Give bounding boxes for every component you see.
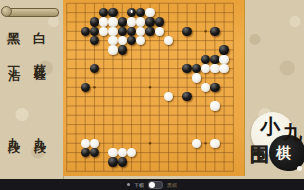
white-stone	[108, 27, 117, 36]
black-stone	[118, 45, 127, 54]
player-info-panel: 白 范廷钰 九段 黑 丁浩 九段	[0, 0, 64, 179]
black-stone	[118, 17, 127, 26]
white-stone	[155, 27, 164, 36]
black-stone	[90, 27, 99, 36]
logo-seal-dot	[297, 166, 302, 171]
white-stone	[127, 17, 136, 26]
black-stone	[155, 17, 164, 26]
white-stone	[145, 8, 154, 17]
black-stone	[210, 83, 219, 92]
white-stone	[90, 139, 99, 148]
black-stone	[127, 27, 136, 36]
black-stone	[90, 17, 99, 26]
black-stone	[210, 27, 219, 36]
status-dot-icon	[127, 183, 130, 186]
black-stone	[118, 157, 127, 166]
black-stone	[108, 157, 117, 166]
scroll-rod-cap	[1, 6, 12, 17]
logo-char-wei: 围	[250, 145, 269, 164]
bottom-bar-left-label: 下棋	[134, 182, 144, 188]
black-stone	[108, 8, 117, 17]
white-player-rank: 九段	[31, 128, 48, 134]
black-stone	[182, 64, 191, 73]
white-stone	[118, 148, 127, 157]
bottom-bar-right-label: 黑棋	[167, 182, 177, 188]
black-stone	[81, 83, 90, 92]
black-player-name: 丁浩	[5, 56, 22, 62]
logo-char-xiao: 小	[260, 116, 280, 136]
black-stone	[145, 17, 154, 26]
white-stone	[81, 139, 90, 148]
logo-char-jiu: 九	[283, 123, 302, 142]
black-stone	[145, 27, 154, 36]
black-player-rank: 九段	[5, 128, 22, 134]
toggle-knob[interactable]	[149, 182, 155, 188]
scroll-rod-decoration	[4, 8, 59, 17]
white-stone	[210, 139, 219, 148]
white-stone	[99, 17, 108, 26]
color-toggle-switch[interactable]	[148, 181, 163, 189]
black-stone	[219, 45, 228, 54]
white-stone	[108, 17, 117, 26]
black-stone	[118, 27, 127, 36]
white-stone	[219, 55, 228, 64]
white-stone	[136, 17, 145, 26]
white-stone	[108, 36, 117, 45]
black-stone	[81, 148, 90, 157]
go-board[interactable]	[63, 0, 245, 176]
white-player-name: 范廷钰	[31, 54, 48, 63]
black-stone	[210, 55, 219, 64]
white-stone	[210, 101, 219, 110]
last-move-marker	[130, 10, 133, 13]
white-stone	[210, 64, 219, 73]
bottom-control-bar: 下棋 黑棋	[0, 179, 304, 190]
white-stone	[108, 148, 117, 157]
black-stone	[182, 92, 191, 101]
logo-char-qi: 棋	[276, 146, 291, 161]
black-stone	[201, 55, 210, 64]
white-stone	[192, 139, 201, 148]
white-stone	[192, 73, 201, 82]
app-logo: 小 围 棋 九	[244, 99, 304, 177]
black-stone	[182, 27, 191, 36]
white-stone	[219, 64, 228, 73]
right-side-panel: 小 围 棋 九	[244, 0, 304, 179]
black-stone	[81, 27, 90, 36]
white-stone	[108, 45, 117, 54]
white-stone	[201, 83, 210, 92]
